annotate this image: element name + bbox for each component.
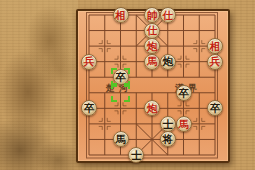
piece-black-advisor[interactable]: 士	[160, 116, 176, 132]
piece-red-elephant[interactable]: 相	[207, 38, 223, 54]
piece-black-horse[interactable]: 馬	[113, 131, 129, 147]
piece-red-advisor[interactable]: 仕	[160, 7, 176, 23]
game-screen: 楚河 漢界 相帥仕仕炮相兵馬兵炮馬炮卒卒卒卒士将馬士	[0, 0, 255, 170]
piece-black-advisor[interactable]: 士	[128, 147, 144, 163]
xiangqi-board[interactable]: 楚河 漢界 相帥仕仕炮相兵馬兵炮馬炮卒卒卒卒士将馬士	[76, 9, 230, 163]
piece-black-soldier[interactable]: 卒	[176, 85, 192, 101]
piece-red-horse[interactable]: 馬	[144, 54, 160, 70]
piece-red-elephant[interactable]: 相	[113, 7, 129, 23]
piece-red-advisor[interactable]: 仕	[144, 23, 160, 39]
piece-red-soldier[interactable]: 兵	[81, 54, 97, 70]
piece-red-cannon[interactable]: 炮	[144, 38, 160, 54]
landscape-painting-left	[0, 0, 78, 170]
landscape-painting-right	[228, 0, 255, 170]
piece-red-horse[interactable]: 馬	[176, 116, 192, 132]
piece-red-general[interactable]: 帥	[144, 7, 160, 23]
piece-black-soldier[interactable]: 卒	[113, 69, 129, 85]
piece-red-soldier[interactable]: 兵	[207, 54, 223, 70]
piece-black-cannon[interactable]: 炮	[160, 54, 176, 70]
